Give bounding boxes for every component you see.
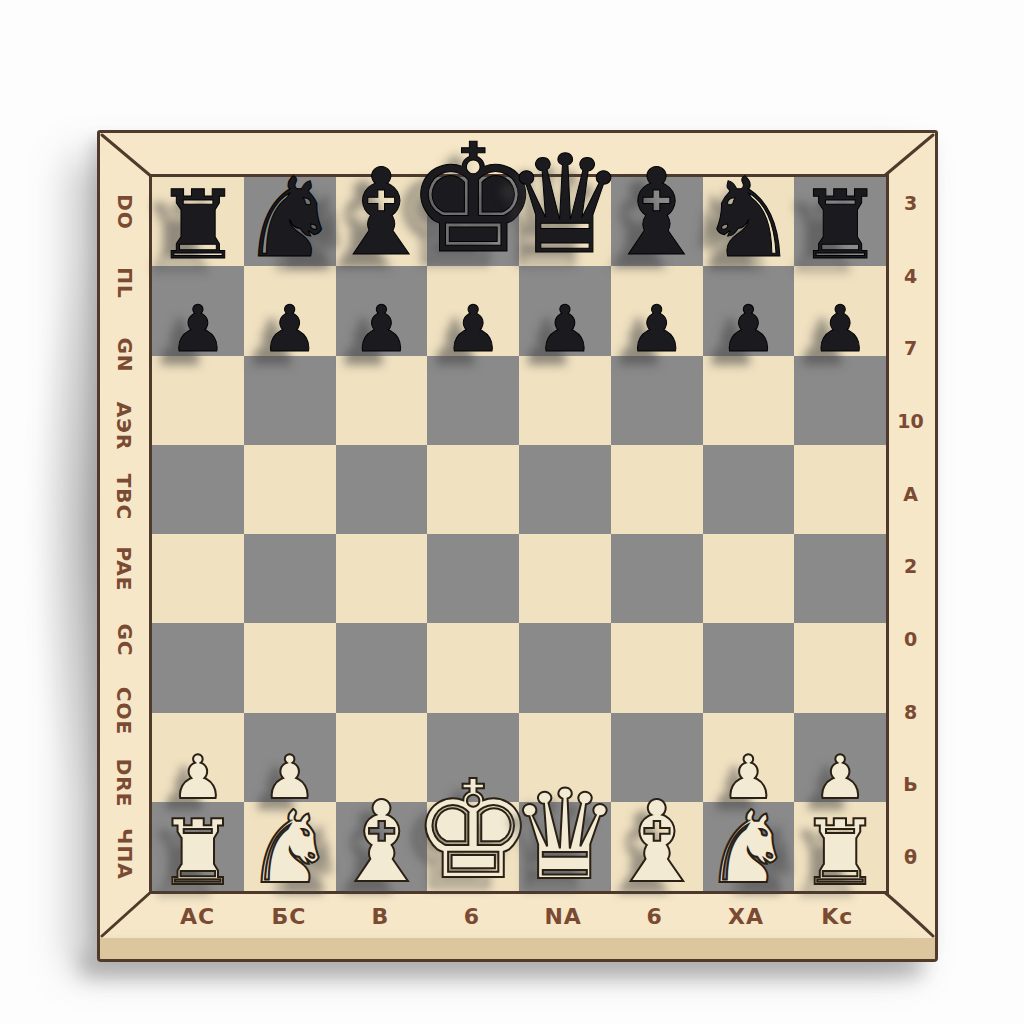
square-f4[interactable] xyxy=(611,534,703,623)
bottom-label-1: БС xyxy=(243,904,334,929)
right-label-3: 10 xyxy=(897,410,923,432)
square-b6[interactable] xyxy=(244,356,336,445)
piece-white-pawn-a2[interactable]: ♟ xyxy=(171,749,225,806)
square-b4[interactable] xyxy=(244,534,336,623)
square-d4[interactable] xyxy=(427,534,519,623)
square-g8[interactable]: ♞ xyxy=(703,177,795,266)
piece-white-rook-a1[interactable]: ♜ xyxy=(158,810,239,896)
square-e1[interactable]: ♛ xyxy=(519,802,611,891)
piece-black-pawn-d7[interactable]: ♟ xyxy=(444,299,501,360)
piece-black-pawn-g7[interactable]: ♟ xyxy=(720,299,777,360)
bottom-label-6: XA xyxy=(700,904,791,929)
square-a5[interactable] xyxy=(152,445,244,534)
square-f8[interactable]: ♝ xyxy=(611,177,703,266)
piece-white-queen-e1[interactable]: ♛ xyxy=(509,777,620,895)
square-a2[interactable]: ♟ xyxy=(152,713,244,802)
right-label-6: 0 xyxy=(904,628,917,650)
left-label-0: DO xyxy=(112,194,136,230)
square-b3[interactable] xyxy=(244,623,336,712)
square-a3[interactable] xyxy=(152,623,244,712)
square-d6[interactable] xyxy=(427,356,519,445)
right-label-2: 7 xyxy=(904,337,917,359)
left-label-5: PAE xyxy=(113,546,137,591)
right-label-7: 8 xyxy=(904,701,917,723)
piece-white-knight-g1[interactable]: ♞ xyxy=(704,800,794,895)
left-coordinate-labels: DOΠLGNAЭRTBCPAEGCCOEDREЧПА xyxy=(100,174,149,894)
left-label-9: ЧПА xyxy=(113,828,137,879)
square-a8[interactable]: ♜ xyxy=(152,177,244,266)
square-h6[interactable] xyxy=(794,356,886,445)
square-h3[interactable] xyxy=(794,623,886,712)
piece-white-pawn-h2[interactable]: ♟ xyxy=(813,749,867,806)
square-e4[interactable] xyxy=(519,534,611,623)
chess-board: ♜♞♝♚♛♝♞♜♟♟♟♟♟♟♟♟♟♟♟♟♜♞♝♚♛♝♞♜ DOΠLGNAЭRTB… xyxy=(97,130,938,941)
square-h5[interactable] xyxy=(794,445,886,534)
square-h4[interactable] xyxy=(794,534,886,623)
square-f6[interactable] xyxy=(611,356,703,445)
square-e5[interactable] xyxy=(519,445,611,534)
piece-black-rook-a8[interactable]: ♜ xyxy=(155,180,240,270)
right-coordinate-labels: 34710A208Ьθ xyxy=(886,174,935,894)
square-d1[interactable]: ♚ xyxy=(427,802,519,891)
square-b5[interactable] xyxy=(244,445,336,534)
right-label-5: 2 xyxy=(904,555,917,577)
piece-black-pawn-a7[interactable]: ♟ xyxy=(169,299,226,360)
piece-black-rook-h8[interactable]: ♜ xyxy=(798,180,883,270)
right-label-4: A xyxy=(903,483,918,505)
bottom-label-7: Kc xyxy=(792,904,883,929)
left-label-8: DRE xyxy=(112,758,136,807)
piece-black-knight-g8[interactable]: ♞ xyxy=(699,166,798,271)
right-label-0: 3 xyxy=(904,192,917,214)
square-h1[interactable]: ♜ xyxy=(794,802,886,891)
page: { "game": "chess", "scene": { "descripti… xyxy=(0,0,1024,1024)
piece-black-pawn-e7[interactable]: ♟ xyxy=(536,299,593,360)
square-f1[interactable]: ♝ xyxy=(611,802,703,891)
square-e3[interactable] xyxy=(519,623,611,712)
square-h8[interactable]: ♜ xyxy=(794,177,886,266)
square-b1[interactable]: ♞ xyxy=(244,802,336,891)
piece-black-pawn-h7[interactable]: ♟ xyxy=(811,299,868,360)
square-g5[interactable] xyxy=(703,445,795,534)
piece-black-pawn-c7[interactable]: ♟ xyxy=(353,299,410,360)
piece-white-knight-b1[interactable]: ♞ xyxy=(245,800,335,895)
square-c4[interactable] xyxy=(336,534,428,623)
square-a6[interactable] xyxy=(152,356,244,445)
board-grid: ♜♞♝♚♛♝♞♜♟♟♟♟♟♟♟♟♟♟♟♟♜♞♝♚♛♝♞♜ xyxy=(149,174,889,894)
board-side-edge xyxy=(97,938,938,962)
square-h2[interactable]: ♟ xyxy=(794,713,886,802)
right-label-1: 4 xyxy=(904,265,917,287)
piece-black-knight-b8[interactable]: ♞ xyxy=(240,166,339,271)
left-label-6: GC xyxy=(113,623,137,656)
square-a1[interactable]: ♜ xyxy=(152,802,244,891)
left-label-3: AЭR xyxy=(113,402,137,451)
square-g4[interactable] xyxy=(703,534,795,623)
piece-white-rook-h1[interactable]: ♜ xyxy=(800,810,881,896)
square-e8[interactable]: ♛ xyxy=(519,177,611,266)
square-f5[interactable] xyxy=(611,445,703,534)
bottom-label-0: AC xyxy=(152,904,243,929)
square-d3[interactable] xyxy=(427,623,519,712)
left-label-2: GN xyxy=(113,337,137,372)
square-g1[interactable]: ♞ xyxy=(703,802,795,891)
piece-white-bishop-f1[interactable]: ♝ xyxy=(606,789,706,895)
right-label-9: θ xyxy=(904,846,917,868)
square-g3[interactable] xyxy=(703,623,795,712)
left-label-7: COE xyxy=(113,687,137,735)
bottom-label-5: 6 xyxy=(609,904,700,929)
square-a4[interactable] xyxy=(152,534,244,623)
square-b8[interactable]: ♞ xyxy=(244,177,336,266)
piece-black-bishop-f8[interactable]: ♝ xyxy=(603,156,711,270)
square-d5[interactable] xyxy=(427,445,519,534)
square-f3[interactable] xyxy=(611,623,703,712)
left-label-1: ΠL xyxy=(112,268,136,299)
square-c6[interactable] xyxy=(336,356,428,445)
left-label-4: TBC xyxy=(112,474,136,521)
square-c5[interactable] xyxy=(336,445,428,534)
piece-black-pawn-f7[interactable]: ♟ xyxy=(628,299,685,360)
piece-black-pawn-b7[interactable]: ♟ xyxy=(261,299,318,360)
square-c3[interactable] xyxy=(336,623,428,712)
square-e6[interactable] xyxy=(519,356,611,445)
right-label-8: Ь xyxy=(903,773,917,795)
square-g6[interactable] xyxy=(703,356,795,445)
